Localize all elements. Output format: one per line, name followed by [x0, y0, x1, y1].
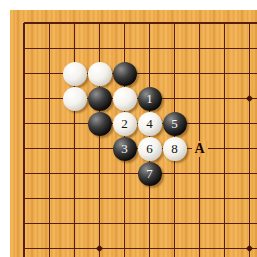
move-number: 1 — [146, 92, 153, 105]
stone-black-move-1[interactable]: 1 — [138, 87, 162, 111]
star-point — [96, 245, 103, 252]
move-number: 4 — [146, 117, 153, 130]
star-point — [246, 245, 253, 252]
grid-line-horizontal — [24, 223, 257, 224]
grid-line-vertical — [99, 23, 100, 257]
grid-line-horizontal — [24, 198, 257, 199]
grid-line-vertical — [249, 23, 250, 257]
stone-white-move-4[interactable]: 4 — [138, 112, 162, 136]
grid-line-horizontal — [24, 73, 257, 74]
grid-line-vertical — [23, 23, 25, 257]
stone-white-move-2[interactable]: 2 — [113, 112, 137, 136]
grid-line-horizontal — [24, 48, 257, 49]
move-number: 2 — [121, 117, 128, 130]
point-label-a[interactable]: A — [192, 141, 208, 157]
stone-black-move-5[interactable]: 5 — [163, 112, 187, 136]
go-board[interactable]: A12453687 — [10, 10, 257, 257]
stone-black[interactable] — [113, 62, 137, 86]
stone-black[interactable] — [88, 87, 112, 111]
stone-white[interactable] — [113, 87, 137, 111]
stone-white[interactable] — [63, 62, 87, 86]
grid-line-vertical — [74, 23, 75, 257]
move-number: 8 — [171, 142, 178, 155]
stone-white[interactable] — [63, 87, 87, 111]
stone-black-move-3[interactable]: 3 — [113, 137, 137, 161]
grid-line-horizontal — [24, 22, 257, 24]
go-diagram-page: A12453687 — [0, 0, 257, 257]
move-number: 7 — [146, 167, 153, 180]
star-point — [246, 95, 253, 102]
grid-line-horizontal — [24, 248, 257, 249]
move-number: 3 — [121, 142, 128, 155]
move-number: 5 — [171, 117, 178, 130]
stone-black[interactable] — [88, 112, 112, 136]
stone-black-move-7[interactable]: 7 — [138, 162, 162, 186]
grid-line-vertical — [49, 23, 50, 257]
stone-white-move-8[interactable]: 8 — [163, 137, 187, 161]
move-number: 6 — [146, 142, 153, 155]
stone-white[interactable] — [88, 62, 112, 86]
stone-white-move-6[interactable]: 6 — [138, 137, 162, 161]
grid-line-vertical — [224, 23, 225, 257]
